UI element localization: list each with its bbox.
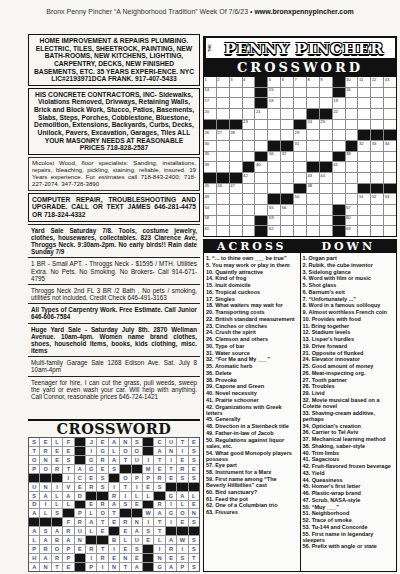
clue-across-57: 57. Eye part bbox=[206, 462, 298, 468]
grid-cell[interactable]: 25 bbox=[320, 120, 332, 130]
clue-across-38: 38. Provoke bbox=[206, 377, 298, 383]
answer-cell: T bbox=[120, 563, 130, 571]
grid-cell[interactable] bbox=[333, 194, 345, 204]
cell-number: 53 bbox=[385, 194, 390, 199]
cell-number: 24 bbox=[307, 119, 312, 124]
answer-cell: A bbox=[109, 456, 119, 464]
grid-cell[interactable] bbox=[217, 194, 229, 204]
grid-cell[interactable] bbox=[346, 130, 358, 140]
answer-cell: E bbox=[189, 438, 199, 446]
answer-cell: A bbox=[52, 527, 62, 535]
grid-cell[interactable] bbox=[371, 226, 383, 236]
cell-number: 3 bbox=[230, 77, 232, 82]
grid-cell[interactable]: 51 bbox=[358, 194, 370, 204]
grid-cell[interactable]: 53 bbox=[384, 194, 396, 204]
grid-cell[interactable] bbox=[294, 152, 306, 162]
answer-cell: S bbox=[189, 474, 199, 482]
answer-cell: N bbox=[154, 554, 164, 562]
grid-cell[interactable] bbox=[320, 205, 332, 215]
grid-cell[interactable]: 44 bbox=[320, 173, 332, 183]
grid-cell[interactable]: 23 bbox=[243, 120, 255, 130]
grid-cell[interactable]: 39 bbox=[204, 162, 216, 172]
grid-cell[interactable]: 33 bbox=[371, 141, 383, 151]
grid-cell[interactable] bbox=[333, 173, 345, 183]
grid-cell[interactable] bbox=[320, 152, 332, 162]
grid-cell[interactable] bbox=[307, 130, 319, 140]
answer-cell: S bbox=[143, 527, 153, 535]
grid-cell[interactable] bbox=[230, 216, 242, 226]
grid-cell[interactable] bbox=[243, 141, 255, 151]
black-cell bbox=[333, 77, 345, 87]
grid-cell[interactable]: 5 bbox=[268, 77, 280, 87]
answer-cell: U bbox=[132, 456, 142, 464]
grid-cell[interactable]: 38 bbox=[346, 152, 358, 162]
grid-cell[interactable] bbox=[333, 130, 345, 140]
grid-cell[interactable] bbox=[230, 152, 242, 162]
grid-cell[interactable] bbox=[230, 98, 242, 108]
grid-cell[interactable] bbox=[230, 226, 242, 236]
grid-cell[interactable] bbox=[217, 141, 229, 151]
grid-cell[interactable]: 43 bbox=[307, 173, 319, 183]
grid-cell[interactable]: 26 bbox=[204, 130, 216, 140]
grid-cell[interactable] bbox=[358, 98, 370, 108]
grid-cell[interactable] bbox=[268, 184, 280, 194]
cell-number: 35 bbox=[205, 151, 210, 156]
grid-cell[interactable] bbox=[268, 130, 280, 140]
answer-black-cell bbox=[166, 483, 176, 491]
grid-cell[interactable] bbox=[384, 216, 396, 226]
grid-cell[interactable]: 56 bbox=[281, 205, 293, 215]
grid-cell[interactable] bbox=[294, 162, 306, 172]
grid-cell[interactable] bbox=[268, 173, 280, 183]
grid-cell[interactable] bbox=[281, 173, 293, 183]
answer-cell: I bbox=[40, 501, 50, 509]
grid-cell[interactable] bbox=[281, 109, 293, 119]
grid-cell[interactable] bbox=[230, 88, 242, 98]
grid-cell[interactable] bbox=[230, 162, 242, 172]
answer-cell: O bbox=[120, 474, 130, 482]
grid-cell[interactable] bbox=[255, 120, 267, 130]
grid-cell[interactable] bbox=[243, 152, 255, 162]
across-header: ACROSS bbox=[204, 240, 300, 253]
grid-cell[interactable]: 21 bbox=[255, 109, 267, 119]
grid-cell[interactable] bbox=[294, 173, 306, 183]
grid-cell[interactable]: 14 bbox=[204, 88, 216, 98]
clue-down-19: 19. Drive forward bbox=[303, 343, 395, 349]
answer-cell: R bbox=[177, 465, 187, 473]
grid-cell[interactable] bbox=[333, 184, 345, 194]
grid-cell[interactable] bbox=[255, 205, 267, 215]
grid-cell[interactable] bbox=[358, 226, 370, 236]
grid-cell[interactable]: 42 bbox=[243, 173, 255, 183]
grid-cell[interactable]: 62 bbox=[268, 226, 280, 236]
grid-cell[interactable]: 24 bbox=[307, 120, 319, 130]
classified-ad: Throggs Neck 2nd FL 3 BR /2 Bath . No pe… bbox=[28, 284, 200, 303]
grid-cell[interactable]: 27 bbox=[217, 130, 229, 140]
answer-cell: P bbox=[132, 474, 142, 482]
grid-cell[interactable]: 20 bbox=[204, 109, 216, 119]
grid-cell[interactable] bbox=[307, 226, 319, 236]
black-cell bbox=[268, 194, 280, 204]
answer-cell: R bbox=[97, 501, 107, 509]
grid-cell[interactable] bbox=[371, 98, 383, 108]
grid-cell[interactable] bbox=[333, 141, 345, 151]
grid-cell[interactable] bbox=[358, 152, 370, 162]
grid-cell[interactable] bbox=[281, 120, 293, 130]
grid-cell[interactable] bbox=[281, 130, 293, 140]
grid-cell[interactable] bbox=[320, 130, 332, 140]
grid-cell[interactable] bbox=[371, 152, 383, 162]
grid-cell[interactable] bbox=[281, 162, 293, 172]
grid-cell[interactable]: 34 bbox=[384, 141, 396, 151]
grid-cell[interactable]: 29 bbox=[294, 130, 306, 140]
answer-black-cell bbox=[143, 545, 153, 553]
grid-cell[interactable] bbox=[320, 194, 332, 204]
grid-cell[interactable]: 31 bbox=[294, 141, 306, 151]
grid-cell[interactable]: 9 bbox=[320, 77, 332, 87]
cell-number: 42 bbox=[243, 173, 248, 178]
grid-cell[interactable]: 48 bbox=[307, 184, 319, 194]
grid-cell[interactable] bbox=[384, 109, 396, 119]
grid-cell[interactable] bbox=[384, 88, 396, 98]
grid-cell[interactable] bbox=[255, 130, 267, 140]
answer-cell: A bbox=[132, 563, 142, 571]
grid-cell[interactable]: 59 bbox=[268, 216, 280, 226]
grid-cell[interactable] bbox=[255, 173, 267, 183]
clue-across-42: 42. Organizations with Greek letters bbox=[206, 404, 298, 416]
grid-cell[interactable]: 45 bbox=[204, 184, 216, 194]
grid-cell[interactable] bbox=[384, 162, 396, 172]
answer-cell: R bbox=[63, 527, 73, 535]
grid-cell[interactable]: 7 bbox=[294, 77, 306, 87]
grid-cell[interactable] bbox=[371, 205, 383, 215]
cell-number: 33 bbox=[372, 141, 377, 146]
black-cell bbox=[230, 120, 242, 130]
answer-cell: I bbox=[143, 518, 153, 526]
grid-cell[interactable] bbox=[371, 216, 383, 226]
grid-cell[interactable] bbox=[333, 120, 345, 130]
grid-cell[interactable] bbox=[255, 184, 267, 194]
grid-cell[interactable] bbox=[217, 98, 229, 108]
clue-down-34: 34. Optician's creation bbox=[303, 423, 395, 429]
grid-cell[interactable] bbox=[358, 88, 370, 98]
classified-ad: 1 BR - Small APT. - Throggs Neck - $1595… bbox=[28, 257, 200, 284]
answer-cell: O bbox=[40, 465, 50, 473]
grid-cell[interactable] bbox=[384, 98, 396, 108]
grid-cell[interactable]: 8 bbox=[307, 77, 319, 87]
grid-cell[interactable]: 3 bbox=[230, 77, 242, 87]
answer-cell: L bbox=[132, 492, 142, 500]
clue-down-8: 8. Word in a famous soliloquy bbox=[303, 302, 395, 308]
cell-number: 8 bbox=[307, 77, 309, 82]
grid-cell[interactable] bbox=[243, 109, 255, 119]
grid-cell[interactable] bbox=[230, 109, 242, 119]
answer-cell: S bbox=[177, 554, 187, 562]
answer-cell: G bbox=[97, 447, 107, 455]
clue-across-30: 30. Type of bar bbox=[206, 343, 298, 349]
grid-cell[interactable] bbox=[217, 152, 229, 162]
answer-cell: T bbox=[52, 563, 62, 571]
grid-cell[interactable] bbox=[307, 98, 319, 108]
grid-cell[interactable] bbox=[243, 194, 255, 204]
answer-cell: P bbox=[63, 545, 73, 553]
cell-number: 6 bbox=[282, 77, 284, 82]
grid-cell[interactable] bbox=[268, 109, 280, 119]
grid-cell[interactable] bbox=[217, 162, 229, 172]
grid-cell[interactable] bbox=[230, 205, 242, 215]
grid-cell[interactable]: 58 bbox=[204, 216, 216, 226]
grid-cell[interactable] bbox=[346, 109, 358, 119]
grid-cell[interactable] bbox=[307, 216, 319, 226]
grid-cell[interactable] bbox=[281, 88, 293, 98]
cell-number: 19 bbox=[333, 98, 338, 103]
grid-cell[interactable] bbox=[294, 205, 306, 215]
grid-cell[interactable]: 41 bbox=[333, 162, 345, 172]
grid-cell[interactable] bbox=[217, 226, 229, 236]
grid-cell[interactable]: 60 bbox=[346, 216, 358, 226]
grid-cell[interactable] bbox=[320, 141, 332, 151]
cell-number: 17 bbox=[205, 98, 210, 103]
grid-cell[interactable] bbox=[294, 88, 306, 98]
classified-ads-column: HOME IMPROVEMENT & REPAIRS PLUMBING. ELE… bbox=[28, 34, 200, 418]
grid-cell[interactable] bbox=[268, 120, 280, 130]
grid-cell[interactable] bbox=[243, 130, 255, 140]
grid-cell[interactable] bbox=[358, 216, 370, 226]
grid-cell[interactable]: 2 bbox=[217, 77, 229, 87]
grid-cell[interactable] bbox=[243, 98, 255, 108]
black-cell bbox=[255, 216, 267, 226]
answer-cell: N bbox=[40, 563, 50, 571]
clue-across-59: 59. First name among “The Beverly Hillbi… bbox=[206, 476, 298, 488]
grid-cell[interactable]: 50 bbox=[294, 194, 306, 204]
grid-cell[interactable]: 36 bbox=[268, 152, 280, 162]
grid-cell[interactable]: 37 bbox=[281, 152, 293, 162]
grid-cell[interactable] bbox=[320, 226, 332, 236]
cell-number: 31 bbox=[295, 141, 300, 146]
black-cell bbox=[333, 152, 345, 162]
grid-cell[interactable] bbox=[384, 120, 396, 130]
grid-cell[interactable] bbox=[358, 109, 370, 119]
grid-cell[interactable] bbox=[294, 216, 306, 226]
grid-cell[interactable] bbox=[358, 173, 370, 183]
cell-number: 48 bbox=[307, 183, 312, 188]
grid-cell[interactable] bbox=[294, 226, 306, 236]
clue-down-24: 24. Elevator innovator bbox=[303, 356, 395, 362]
answer-cell: L bbox=[177, 501, 187, 509]
across-clue-list: 1. “... to thine own ___ be true”5. You … bbox=[204, 253, 300, 516]
grid-cell[interactable]: 46 bbox=[217, 184, 229, 194]
answer-cell: I bbox=[109, 545, 119, 553]
answer-cell: T bbox=[109, 509, 119, 517]
grid-cell[interactable]: 13 bbox=[384, 77, 396, 87]
grid-cell[interactable] bbox=[346, 162, 358, 172]
black-cell bbox=[371, 130, 383, 140]
answer-cell: R bbox=[120, 518, 130, 526]
grid-cell[interactable] bbox=[346, 120, 358, 130]
answer-black-cell bbox=[75, 563, 85, 571]
grid-cell[interactable] bbox=[320, 88, 332, 98]
grid-cell[interactable] bbox=[243, 216, 255, 226]
answer-cell: R bbox=[154, 501, 164, 509]
grid-cell[interactable] bbox=[255, 141, 267, 151]
grid-cell[interactable]: 1 bbox=[204, 77, 216, 87]
answer-cell: S bbox=[97, 483, 107, 491]
clue-down-51: 51. Neighborhood bbox=[303, 510, 395, 516]
grid-cell[interactable] bbox=[320, 216, 332, 226]
cell-number: 32 bbox=[359, 141, 364, 146]
grid-cell[interactable] bbox=[371, 162, 383, 172]
clue-down-38: 38. Shaking, saber-style bbox=[303, 443, 395, 449]
grid-cell[interactable] bbox=[346, 184, 358, 194]
grid-cell[interactable]: 28 bbox=[230, 130, 242, 140]
grid-cell[interactable] bbox=[230, 141, 242, 151]
grid-cell[interactable] bbox=[384, 173, 396, 183]
answer-cell: E bbox=[166, 474, 176, 482]
grid-cell[interactable]: 61 bbox=[204, 226, 216, 236]
answer-cell: E bbox=[86, 474, 96, 482]
clue-down-13: 13. Lisper's hurdles bbox=[303, 336, 395, 342]
grid-cell[interactable] bbox=[294, 98, 306, 108]
clue-across-36: 36. Delete bbox=[206, 370, 298, 376]
grid-cell[interactable] bbox=[320, 98, 332, 108]
clue-down-33: 33. Shaving-cream additive, perhaps bbox=[303, 410, 395, 422]
black-cell bbox=[255, 88, 267, 98]
grid-cell[interactable]: 19 bbox=[333, 98, 345, 108]
grid-cell[interactable] bbox=[255, 194, 267, 204]
grid-cell[interactable] bbox=[243, 88, 255, 98]
grid-cell[interactable] bbox=[346, 173, 358, 183]
grid-cell[interactable] bbox=[281, 98, 293, 108]
grid-cell[interactable]: 35 bbox=[204, 152, 216, 162]
grid-cell[interactable] bbox=[281, 226, 293, 236]
grid-cell[interactable]: 22 bbox=[333, 109, 345, 119]
grid-cell[interactable]: 63 bbox=[346, 226, 358, 236]
grid-cell[interactable] bbox=[268, 162, 280, 172]
clue-across-20: 20. Transporting costs bbox=[206, 309, 298, 315]
answer-cell: I bbox=[120, 492, 130, 500]
grid-cell[interactable] bbox=[346, 98, 358, 108]
black-cell bbox=[333, 88, 345, 98]
answer-cell: F bbox=[63, 518, 73, 526]
clue-across-49: 49. Father-in-law of Jacob bbox=[206, 430, 298, 436]
grid-cell[interactable]: 49 bbox=[204, 194, 216, 204]
grid-cell[interactable] bbox=[217, 109, 229, 119]
clue-down-40: 40. Trim limbs bbox=[303, 450, 395, 456]
answer-black-cell bbox=[143, 447, 153, 455]
black-cell bbox=[384, 184, 396, 194]
grid-cell[interactable] bbox=[281, 216, 293, 226]
answer-black-cell bbox=[97, 536, 107, 544]
grid-cell[interactable]: 12 bbox=[371, 77, 383, 87]
grid-cell[interactable]: 11 bbox=[358, 77, 370, 87]
grid-cell[interactable]: 57 bbox=[346, 205, 358, 215]
grid-cell[interactable] bbox=[384, 226, 396, 236]
answer-cell: L bbox=[86, 527, 96, 535]
grid-cell[interactable] bbox=[243, 205, 255, 215]
classified-ad: HOME IMPROVEMENT & REPAIRS PLUMBING. ELE… bbox=[28, 34, 200, 86]
grid-cell[interactable] bbox=[230, 194, 242, 204]
grid-cell[interactable] bbox=[371, 88, 383, 98]
grid-cell[interactable]: 32 bbox=[358, 141, 370, 151]
answer-cell: T bbox=[154, 456, 164, 464]
grid-cell[interactable] bbox=[358, 162, 370, 172]
grid-cell[interactable] bbox=[217, 88, 229, 98]
grid-cell[interactable]: 15 bbox=[268, 88, 280, 98]
grid-cell[interactable] bbox=[371, 120, 383, 130]
clue-down-1: 1. Organ part bbox=[303, 255, 395, 261]
clue-down-56: 56. Prefix with angle or state bbox=[303, 543, 395, 549]
grid-cell[interactable]: 54 bbox=[204, 205, 216, 215]
answer-black-cell bbox=[63, 509, 73, 517]
cell-number: 55 bbox=[269, 205, 274, 210]
grid-cell[interactable]: 18 bbox=[268, 98, 280, 108]
grid-cell[interactable] bbox=[243, 184, 255, 194]
grid-cell[interactable] bbox=[307, 152, 319, 162]
cell-number: 4 bbox=[243, 77, 245, 82]
grid-cell[interactable] bbox=[307, 194, 319, 204]
cell-number: 38 bbox=[346, 151, 351, 156]
grid-cell[interactable] bbox=[346, 194, 358, 204]
answer-cell: A bbox=[40, 536, 50, 544]
grid-cell[interactable] bbox=[384, 152, 396, 162]
grid-cell[interactable]: 16 bbox=[346, 88, 358, 98]
answer-cell: T bbox=[120, 456, 130, 464]
crossword-banner: CROSSWORD bbox=[203, 60, 397, 76]
grid-cell[interactable]: 6 bbox=[281, 77, 293, 87]
answer-cell: A bbox=[154, 447, 164, 455]
grid-cell[interactable] bbox=[307, 141, 319, 151]
grid-cell[interactable] bbox=[307, 205, 319, 215]
grid-cell[interactable] bbox=[307, 88, 319, 98]
grid-cell[interactable] bbox=[281, 184, 293, 194]
answer-cell: T bbox=[177, 438, 187, 446]
answer-cell: T bbox=[29, 447, 39, 455]
grid-cell[interactable] bbox=[217, 216, 229, 226]
grid-cell[interactable] bbox=[371, 109, 383, 119]
answer-cell: N bbox=[40, 483, 50, 491]
grid-cell[interactable] bbox=[371, 173, 383, 183]
answer-cell: C bbox=[154, 438, 164, 446]
grid-cell[interactable] bbox=[358, 120, 370, 130]
answer-cell: R bbox=[40, 545, 50, 553]
cell-number: 41 bbox=[333, 162, 338, 167]
grid-cell[interactable]: 17 bbox=[204, 98, 216, 108]
grid-cell[interactable]: 40 bbox=[255, 162, 267, 172]
answer-cell: E bbox=[75, 483, 85, 491]
grid-cell[interactable]: 55 bbox=[268, 205, 280, 215]
grid-cell[interactable]: 52 bbox=[371, 194, 383, 204]
clue-across-17: 17. Singles bbox=[206, 296, 298, 302]
cell-number: 58 bbox=[205, 215, 210, 220]
grid-cell[interactable]: 10 bbox=[346, 77, 358, 87]
down-column: DOWN 1. Organ part2. Rubik, the cube inv… bbox=[301, 240, 397, 571]
cell-number: 56 bbox=[282, 205, 287, 210]
grid-cell[interactable] bbox=[358, 205, 370, 215]
grid-cell[interactable]: 4 bbox=[243, 77, 255, 87]
cell-number: 25 bbox=[320, 119, 325, 124]
clue-across-16: 16. Tropical cuckoos bbox=[206, 289, 298, 295]
answer-cell: E bbox=[52, 456, 62, 464]
grid-cell[interactable] bbox=[384, 205, 396, 215]
grid-cell[interactable]: 30 bbox=[204, 141, 216, 151]
grid-cell[interactable] bbox=[217, 205, 229, 215]
grid-cell[interactable]: 47 bbox=[230, 184, 242, 194]
grid-cell[interactable] bbox=[294, 109, 306, 119]
black-cell bbox=[281, 194, 293, 204]
grid-cell[interactable] bbox=[243, 226, 255, 236]
grid-cell[interactable] bbox=[320, 184, 332, 194]
classified-ad: COMPUTER REPAIR, TROUBLESHOOTING AND UPG… bbox=[28, 193, 200, 222]
